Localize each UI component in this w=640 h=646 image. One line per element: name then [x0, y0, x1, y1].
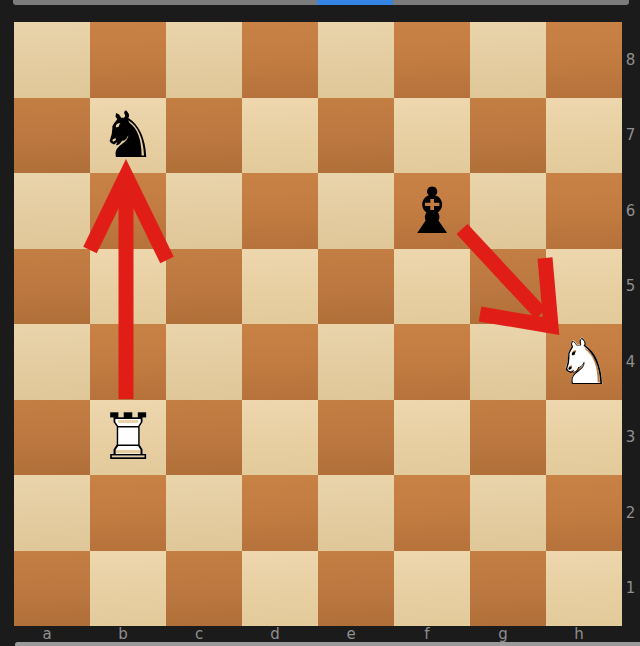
square-d8[interactable] — [242, 22, 318, 98]
black-bishop-glyph: ♝ — [394, 173, 470, 249]
square-b8[interactable] — [90, 22, 166, 98]
square-c2[interactable] — [166, 475, 242, 551]
square-f7[interactable] — [394, 98, 470, 174]
square-a5[interactable] — [14, 249, 90, 325]
square-g8[interactable] — [470, 22, 546, 98]
square-h7[interactable] — [546, 98, 622, 174]
white-knight[interactable]: ♞♘ — [546, 324, 622, 400]
file-label-a: a — [9, 626, 85, 642]
square-b7[interactable]: ♞ — [90, 98, 166, 174]
rank-label-1: 1 — [622, 551, 639, 627]
square-c8[interactable] — [166, 22, 242, 98]
square-h6[interactable] — [546, 173, 622, 249]
square-e6[interactable] — [318, 173, 394, 249]
square-f8[interactable] — [394, 22, 470, 98]
square-e8[interactable] — [318, 22, 394, 98]
square-d6[interactable] — [242, 173, 318, 249]
square-c6[interactable] — [166, 173, 242, 249]
square-g1[interactable] — [470, 551, 546, 627]
square-d2[interactable] — [242, 475, 318, 551]
square-c1[interactable] — [166, 551, 242, 627]
square-d5[interactable] — [242, 249, 318, 325]
file-label-g: g — [465, 626, 541, 642]
square-h5[interactable] — [546, 249, 622, 325]
square-b5[interactable] — [90, 249, 166, 325]
file-label-d: d — [237, 626, 313, 642]
square-b3[interactable]: ♜♖ — [90, 400, 166, 476]
square-a7[interactable] — [14, 98, 90, 174]
square-h4[interactable]: ♞♘ — [546, 324, 622, 400]
white-rook[interactable]: ♜♖ — [90, 400, 166, 476]
file-label-e: e — [313, 626, 389, 642]
square-g5[interactable] — [470, 249, 546, 325]
horizontal-scrollbar-bottom[interactable] — [15, 642, 640, 646]
square-g4[interactable] — [470, 324, 546, 400]
square-d4[interactable] — [242, 324, 318, 400]
square-e4[interactable] — [318, 324, 394, 400]
rank-label-5: 5 — [622, 249, 639, 325]
white-rook-outline: ♖ — [90, 400, 166, 476]
square-e1[interactable] — [318, 551, 394, 627]
square-a3[interactable] — [14, 400, 90, 476]
square-g6[interactable] — [470, 173, 546, 249]
rank-label-3: 3 — [622, 400, 639, 476]
square-h3[interactable] — [546, 400, 622, 476]
file-label-c: c — [161, 626, 237, 642]
black-bishop[interactable]: ♝ — [394, 173, 470, 249]
rank-label-2: 2 — [622, 475, 639, 551]
horizontal-scrollbar-top[interactable] — [13, 0, 629, 5]
square-f2[interactable] — [394, 475, 470, 551]
square-d1[interactable] — [242, 551, 318, 627]
square-d3[interactable] — [242, 400, 318, 476]
scrollbar-thumb-blue[interactable] — [317, 0, 393, 5]
square-a2[interactable] — [14, 475, 90, 551]
square-c5[interactable] — [166, 249, 242, 325]
square-f1[interactable] — [394, 551, 470, 627]
file-labels: a b c d e f g h — [9, 626, 617, 642]
square-e2[interactable] — [318, 475, 394, 551]
square-e7[interactable] — [318, 98, 394, 174]
square-a8[interactable] — [14, 22, 90, 98]
square-f6[interactable]: ♝ — [394, 173, 470, 249]
square-g3[interactable] — [470, 400, 546, 476]
square-e3[interactable] — [318, 400, 394, 476]
square-b4[interactable] — [90, 324, 166, 400]
rank-label-4: 4 — [622, 324, 639, 400]
file-label-h: h — [541, 626, 617, 642]
square-h8[interactable] — [546, 22, 622, 98]
square-b6[interactable] — [90, 173, 166, 249]
square-e5[interactable] — [318, 249, 394, 325]
square-b1[interactable] — [90, 551, 166, 627]
square-b2[interactable] — [90, 475, 166, 551]
rank-label-6: 6 — [622, 173, 639, 249]
square-g2[interactable] — [470, 475, 546, 551]
rank-labels: 8 7 6 5 4 3 2 1 — [622, 22, 639, 626]
square-a1[interactable] — [14, 551, 90, 627]
black-knight[interactable]: ♞ — [90, 98, 166, 174]
rank-label-7: 7 — [622, 98, 639, 174]
square-c4[interactable] — [166, 324, 242, 400]
square-f5[interactable] — [394, 249, 470, 325]
square-c3[interactable] — [166, 400, 242, 476]
square-c7[interactable] — [166, 98, 242, 174]
square-g7[interactable] — [470, 98, 546, 174]
square-f4[interactable] — [394, 324, 470, 400]
square-f3[interactable] — [394, 400, 470, 476]
rank-label-8: 8 — [622, 22, 639, 98]
white-knight-outline: ♘ — [546, 324, 622, 400]
square-h1[interactable] — [546, 551, 622, 627]
square-h2[interactable] — [546, 475, 622, 551]
square-a6[interactable] — [14, 173, 90, 249]
file-label-b: b — [85, 626, 161, 642]
file-label-f: f — [389, 626, 465, 642]
black-knight-glyph: ♞ — [90, 98, 166, 174]
square-a4[interactable] — [14, 324, 90, 400]
square-d7[interactable] — [242, 98, 318, 174]
board: ♞♝♞♘♜♖ — [14, 22, 622, 626]
